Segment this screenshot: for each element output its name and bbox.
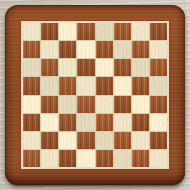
square-c2[interactable] <box>59 132 76 149</box>
square-g3[interactable] <box>132 114 149 131</box>
square-c7[interactable] <box>59 41 76 58</box>
square-c8[interactable] <box>59 23 76 40</box>
square-h6[interactable] <box>150 59 167 76</box>
square-a2[interactable] <box>23 132 40 149</box>
square-f7[interactable] <box>114 41 131 58</box>
square-f3[interactable] <box>114 114 131 131</box>
square-g1[interactable] <box>132 150 149 167</box>
square-c6[interactable] <box>59 59 76 76</box>
square-d8[interactable] <box>77 23 94 40</box>
square-b5[interactable] <box>41 77 58 94</box>
square-e5[interactable] <box>96 77 113 94</box>
square-h8[interactable] <box>150 23 167 40</box>
square-d4[interactable] <box>77 96 94 113</box>
square-f6[interactable] <box>114 59 131 76</box>
square-c5[interactable] <box>59 77 76 94</box>
square-e7[interactable] <box>96 41 113 58</box>
square-g2[interactable] <box>132 132 149 149</box>
square-b8[interactable] <box>41 23 58 40</box>
square-e4[interactable] <box>96 96 113 113</box>
square-h5[interactable] <box>150 77 167 94</box>
square-h1[interactable] <box>150 150 167 167</box>
square-a8[interactable] <box>23 23 40 40</box>
square-f4[interactable] <box>114 96 131 113</box>
square-a3[interactable] <box>23 114 40 131</box>
square-a1[interactable] <box>23 150 40 167</box>
square-c1[interactable] <box>59 150 76 167</box>
square-h2[interactable] <box>150 132 167 149</box>
square-d1[interactable] <box>77 150 94 167</box>
square-f5[interactable] <box>114 77 131 94</box>
square-f2[interactable] <box>114 132 131 149</box>
square-g7[interactable] <box>132 41 149 58</box>
square-b7[interactable] <box>41 41 58 58</box>
square-e3[interactable] <box>96 114 113 131</box>
square-f8[interactable] <box>114 23 131 40</box>
square-g6[interactable] <box>132 59 149 76</box>
square-d6[interactable] <box>77 59 94 76</box>
square-d3[interactable] <box>77 114 94 131</box>
chess-board <box>5 5 185 185</box>
square-b1[interactable] <box>41 150 58 167</box>
square-f1[interactable] <box>114 150 131 167</box>
square-g8[interactable] <box>132 23 149 40</box>
square-a5[interactable] <box>23 77 40 94</box>
square-g4[interactable] <box>132 96 149 113</box>
field-border <box>21 21 169 169</box>
square-b2[interactable] <box>41 132 58 149</box>
square-e6[interactable] <box>96 59 113 76</box>
square-a7[interactable] <box>23 41 40 58</box>
square-a4[interactable] <box>23 96 40 113</box>
square-h3[interactable] <box>150 114 167 131</box>
square-e1[interactable] <box>96 150 113 167</box>
square-h4[interactable] <box>150 96 167 113</box>
square-a6[interactable] <box>23 59 40 76</box>
square-g5[interactable] <box>132 77 149 94</box>
square-b6[interactable] <box>41 59 58 76</box>
square-c3[interactable] <box>59 114 76 131</box>
table-surface <box>0 0 190 190</box>
square-b3[interactable] <box>41 114 58 131</box>
square-h7[interactable] <box>150 41 167 58</box>
square-d5[interactable] <box>77 77 94 94</box>
square-e8[interactable] <box>96 23 113 40</box>
square-d7[interactable] <box>77 41 94 58</box>
square-d2[interactable] <box>77 132 94 149</box>
square-c4[interactable] <box>59 96 76 113</box>
square-b4[interactable] <box>41 96 58 113</box>
square-e2[interactable] <box>96 132 113 149</box>
board-grid <box>23 23 167 167</box>
